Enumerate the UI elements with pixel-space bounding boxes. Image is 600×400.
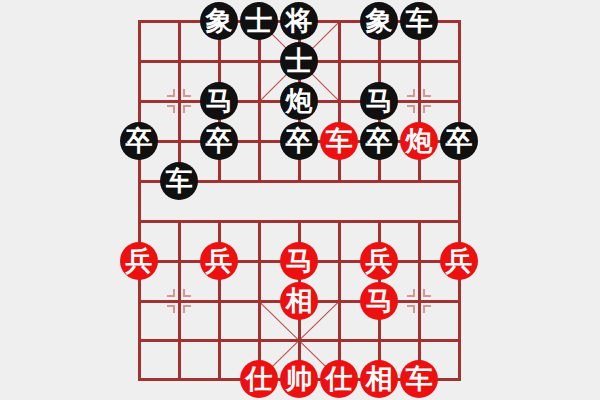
piece-black-elephant[interactable]: 象 bbox=[200, 2, 238, 40]
piece-black-advisor[interactable]: 士 bbox=[240, 2, 278, 40]
grid-line-vertical bbox=[258, 220, 261, 380]
piece-red-elephant[interactable]: 相 bbox=[280, 282, 318, 320]
piece-red-soldier[interactable]: 兵 bbox=[200, 242, 238, 280]
point-mark bbox=[407, 89, 415, 97]
piece-red-elephant[interactable]: 相 bbox=[360, 360, 398, 398]
point-mark bbox=[183, 89, 191, 97]
piece-black-advisor[interactable]: 士 bbox=[280, 42, 318, 80]
grid-line-vertical bbox=[418, 220, 421, 380]
piece-black-chariot[interactable]: 车 bbox=[400, 2, 438, 40]
piece-black-horse[interactable]: 马 bbox=[200, 82, 238, 120]
point-mark bbox=[407, 305, 415, 313]
point-mark bbox=[423, 305, 431, 313]
piece-red-advisor[interactable]: 仕 bbox=[320, 360, 358, 398]
grid-line-vertical bbox=[338, 220, 341, 380]
point-mark bbox=[423, 105, 431, 113]
piece-red-chariot[interactable]: 车 bbox=[400, 360, 438, 398]
point-mark bbox=[167, 289, 175, 297]
piece-black-chariot[interactable]: 车 bbox=[160, 162, 198, 200]
piece-black-soldier[interactable]: 卒 bbox=[120, 122, 158, 160]
point-mark bbox=[407, 105, 415, 113]
point-mark bbox=[167, 89, 175, 97]
piece-black-soldier[interactable]: 卒 bbox=[440, 122, 478, 160]
piece-red-horse[interactable]: 马 bbox=[280, 242, 318, 280]
piece-red-soldier[interactable]: 兵 bbox=[360, 242, 398, 280]
grid-line-vertical bbox=[138, 20, 141, 381]
piece-red-cannon[interactable]: 炮 bbox=[400, 122, 438, 160]
piece-red-soldier[interactable]: 兵 bbox=[120, 242, 158, 280]
piece-black-elephant[interactable]: 象 bbox=[360, 2, 398, 40]
piece-black-soldier[interactable]: 卒 bbox=[200, 122, 238, 160]
point-mark bbox=[167, 105, 175, 113]
grid-line-vertical bbox=[178, 220, 181, 380]
piece-red-horse[interactable]: 马 bbox=[360, 282, 398, 320]
piece-black-horse[interactable]: 马 bbox=[360, 82, 398, 120]
point-mark bbox=[167, 305, 175, 313]
point-mark bbox=[183, 289, 191, 297]
piece-red-advisor[interactable]: 仕 bbox=[240, 360, 278, 398]
grid-line-vertical bbox=[258, 20, 261, 183]
piece-black-soldier[interactable]: 卒 bbox=[360, 122, 398, 160]
point-mark bbox=[407, 289, 415, 297]
grid-line-vertical bbox=[178, 20, 181, 183]
point-mark bbox=[423, 289, 431, 297]
point-mark bbox=[183, 105, 191, 113]
piece-black-general[interactable]: 将 bbox=[280, 2, 318, 40]
point-mark bbox=[183, 305, 191, 313]
point-mark bbox=[423, 89, 431, 97]
piece-red-general[interactable]: 帅 bbox=[280, 360, 318, 398]
piece-black-soldier[interactable]: 卒 bbox=[280, 122, 318, 160]
xiangqi-board[interactable]: 象士将象车士马炮马卒卒卒车卒炮卒车兵兵马兵兵相马仕帅仕相车 bbox=[0, 0, 600, 400]
piece-black-cannon[interactable]: 炮 bbox=[280, 82, 318, 120]
piece-red-soldier[interactable]: 兵 bbox=[440, 242, 478, 280]
grid-line-vertical bbox=[458, 20, 461, 381]
piece-red-chariot[interactable]: 车 bbox=[320, 122, 358, 160]
